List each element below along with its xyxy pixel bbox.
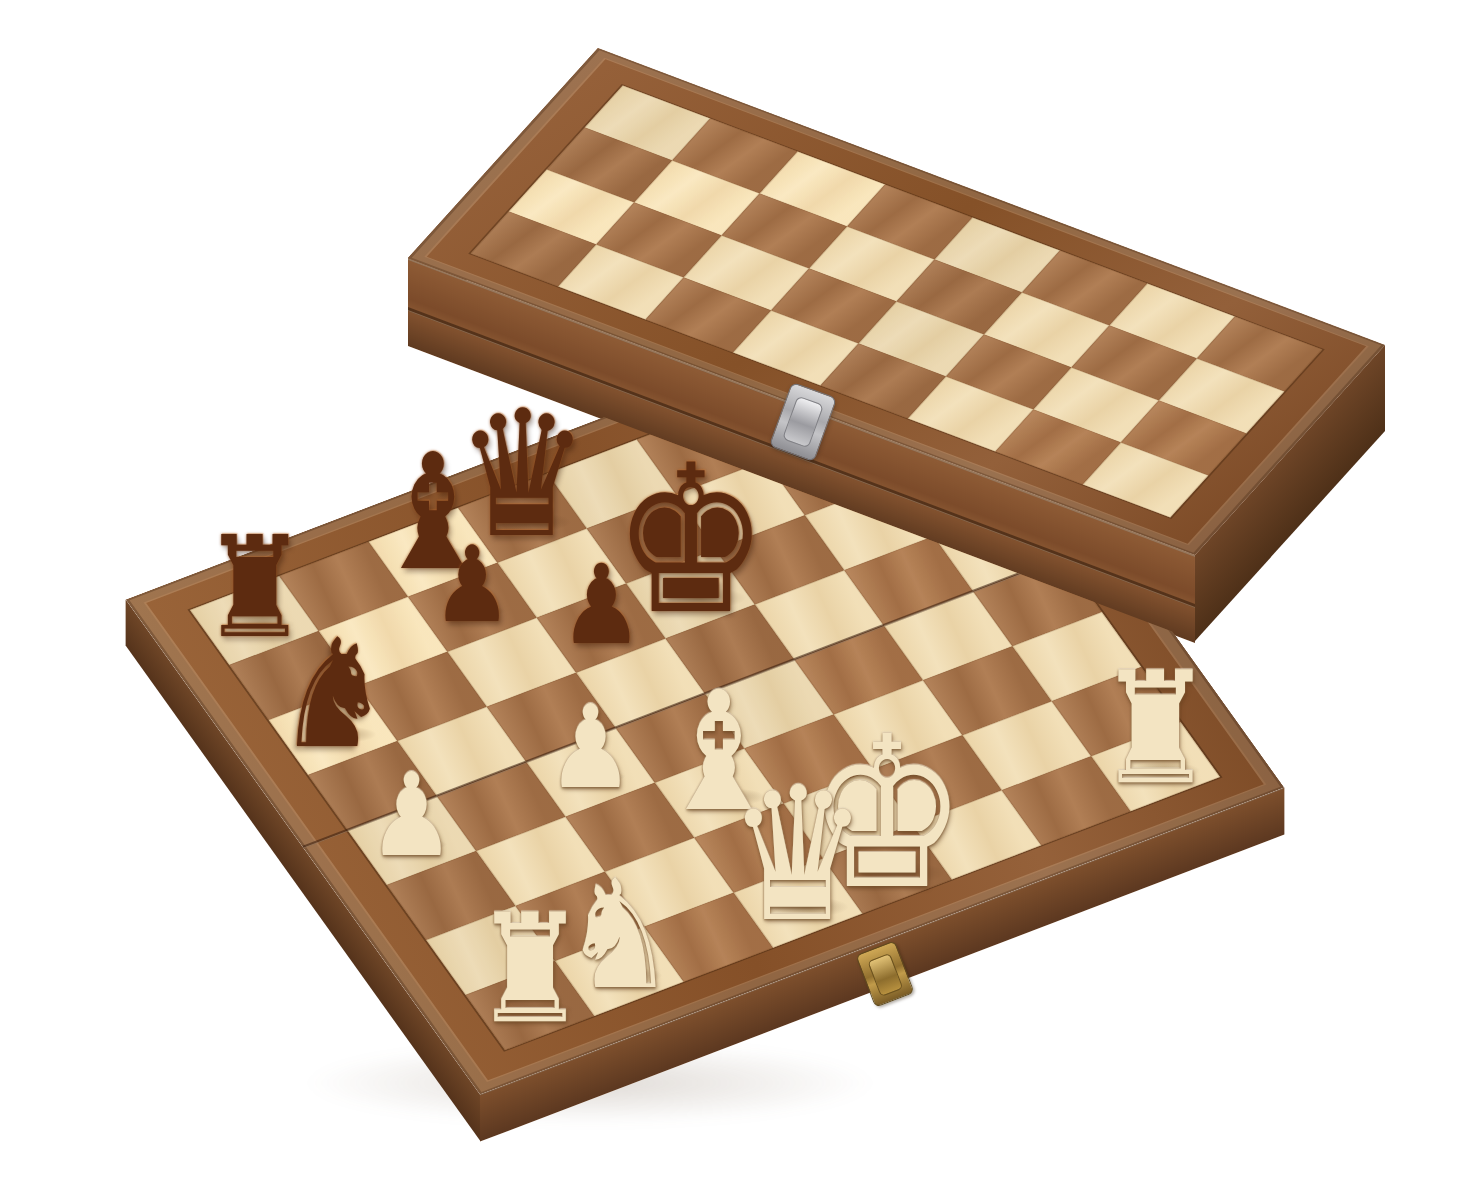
pawn-glyph: ♟ — [547, 690, 635, 805]
pawn-glyph: ♟ — [432, 533, 512, 638]
piece-white-pawn-c4[interactable]: ♟ — [533, 690, 648, 805]
piece-white-rook-h1[interactable]: ♜ — [1078, 651, 1233, 806]
queen-glyph: ♛ — [728, 763, 869, 948]
piece-white-pawn-a4[interactable]: ♟ — [354, 758, 469, 873]
piece-black-knight-a6[interactable]: ♞ — [258, 619, 408, 769]
product-photo-stage: ♜♝♛♟♞♟♚♟♟♝♜♞♛♚♜ — [0, 0, 1482, 1200]
piece-black-pawn-d6[interactable]: ♟ — [546, 550, 656, 660]
rook-glyph: ♜ — [473, 894, 587, 1044]
piece-white-rook-a1[interactable]: ♜ — [455, 894, 605, 1044]
piece-white-queen-d1[interactable]: ♛ — [706, 763, 891, 948]
open-board-latch-hasp — [867, 953, 903, 997]
pawn-glyph: ♟ — [368, 758, 456, 873]
piece-black-pawn-c7[interactable]: ♟ — [420, 533, 525, 638]
pawn-glyph: ♟ — [559, 550, 643, 660]
rook-glyph: ♜ — [1097, 651, 1215, 806]
knight-glyph: ♞ — [276, 619, 390, 769]
